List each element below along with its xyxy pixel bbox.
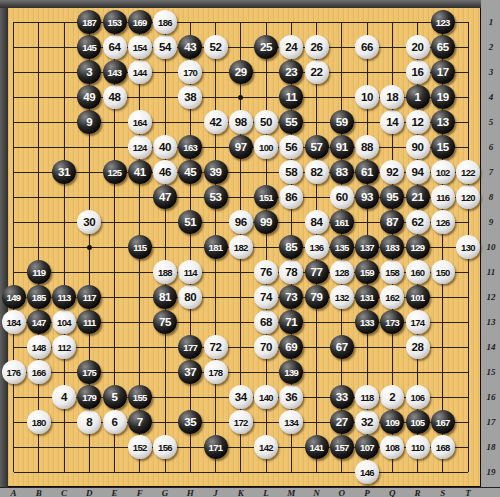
stone-white-166-B15: 166 xyxy=(27,360,51,384)
stone-black-57-N6: 57 xyxy=(305,135,329,159)
stone-black-67-O14: 67 xyxy=(330,335,354,359)
stone-white-12-R5: 12 xyxy=(406,110,430,134)
stone-white-50-L5: 50 xyxy=(254,110,278,134)
stone-white-70-L14: 70 xyxy=(254,335,278,359)
stone-white-102-S7: 102 xyxy=(431,160,455,184)
stone-black-83-O7: 83 xyxy=(330,160,354,184)
column-label-F: F xyxy=(137,488,143,497)
stone-black-161-O9: 161 xyxy=(330,210,354,234)
stone-black-75-G13: 75 xyxy=(153,310,177,334)
row-label-11: 11 xyxy=(483,267,499,277)
stone-white-122-T7: 122 xyxy=(456,160,480,184)
stone-black-143-E3: 143 xyxy=(103,60,127,84)
stone-white-178-J15: 178 xyxy=(204,360,228,384)
row-label-9: 9 xyxy=(483,217,499,227)
stone-black-97-K6: 97 xyxy=(229,135,253,159)
stone-black-15-S6: 15 xyxy=(431,135,455,159)
row-label-8: 8 xyxy=(483,192,499,202)
column-label-A: A xyxy=(10,488,16,497)
star-point xyxy=(87,245,92,250)
row-label-6: 6 xyxy=(483,142,499,152)
stone-black-157-O18: 157 xyxy=(330,435,354,459)
stone-white-116-S8: 116 xyxy=(431,185,455,209)
stone-white-40-G6: 40 xyxy=(153,135,177,159)
stone-black-77-N11: 77 xyxy=(305,260,329,284)
stone-white-28-R14: 28 xyxy=(406,335,430,359)
stone-white-76-L11: 76 xyxy=(254,260,278,284)
stone-white-160-R11: 160 xyxy=(406,260,430,284)
stone-white-96-K9: 96 xyxy=(229,210,253,234)
stone-black-169-F1: 169 xyxy=(128,10,152,34)
stone-black-159-P11: 159 xyxy=(355,260,379,284)
stone-black-113-C12: 113 xyxy=(52,285,76,309)
stone-black-151-L8: 151 xyxy=(254,185,278,209)
stone-black-17-S3: 17 xyxy=(431,60,455,84)
stone-white-60-O8: 60 xyxy=(330,185,354,209)
column-label-L: L xyxy=(263,488,269,497)
stone-black-47-G8: 47 xyxy=(153,185,177,209)
stone-white-66-P2: 66 xyxy=(355,35,379,59)
column-label-H: H xyxy=(187,488,194,497)
row-label-15: 15 xyxy=(483,367,499,377)
stone-black-61-P7: 61 xyxy=(355,160,379,184)
stone-black-53-J8: 53 xyxy=(204,185,228,209)
stone-white-82-N7: 82 xyxy=(305,160,329,184)
stone-white-136-N10: 136 xyxy=(305,235,329,259)
stone-white-52-J2: 52 xyxy=(204,35,228,59)
stone-white-186-G1: 186 xyxy=(153,10,177,34)
stone-white-106-R16: 106 xyxy=(406,385,430,409)
stone-black-153-E1: 153 xyxy=(103,10,127,34)
column-label-G: G xyxy=(162,488,169,497)
stone-black-59-O5: 59 xyxy=(330,110,354,134)
stone-black-29-K3: 29 xyxy=(229,60,253,84)
stone-white-10-P4: 10 xyxy=(355,85,379,109)
stone-white-6-E17: 6 xyxy=(103,410,127,434)
grid-line-horizontal xyxy=(14,347,469,348)
stone-white-120-T8: 120 xyxy=(456,185,480,209)
stone-black-167-S17: 167 xyxy=(431,410,455,434)
stone-white-168-S18: 168 xyxy=(431,435,455,459)
stone-white-152-F18: 152 xyxy=(128,435,152,459)
stone-black-1-R4: 1 xyxy=(406,85,430,109)
column-label-C: C xyxy=(61,488,67,497)
stone-black-65-S2: 65 xyxy=(431,35,455,59)
stone-white-182-K10: 182 xyxy=(229,235,253,259)
stone-white-172-K17: 172 xyxy=(229,410,253,434)
stone-white-140-L16: 140 xyxy=(254,385,278,409)
stone-white-128-O11: 128 xyxy=(330,260,354,284)
stone-black-107-P18: 107 xyxy=(355,435,379,459)
row-label-17: 17 xyxy=(483,417,499,427)
stone-white-124-F6: 124 xyxy=(128,135,152,159)
stone-white-154-F2: 154 xyxy=(128,35,152,59)
star-point xyxy=(238,95,243,100)
stone-black-13-S5: 13 xyxy=(431,110,455,134)
board-frame-top xyxy=(0,0,481,8)
stone-white-184-A13: 184 xyxy=(2,310,26,334)
row-label-19: 19 xyxy=(483,467,499,477)
stone-black-25-L2: 25 xyxy=(254,35,278,59)
column-label-B: B xyxy=(36,488,42,497)
stone-black-33-O16: 33 xyxy=(330,385,354,409)
stone-black-7-F17: 7 xyxy=(128,410,152,434)
stone-white-130-T10: 130 xyxy=(456,235,480,259)
stone-black-41-F7: 41 xyxy=(128,160,152,184)
stone-black-79-N12: 79 xyxy=(305,285,329,309)
stone-white-176-A15: 176 xyxy=(2,360,26,384)
stone-white-146-P19: 146 xyxy=(355,460,379,484)
stone-white-22-N3: 22 xyxy=(305,60,329,84)
stone-white-72-J14: 72 xyxy=(204,335,228,359)
row-label-7: 7 xyxy=(483,167,499,177)
stone-white-34-K16: 34 xyxy=(229,385,253,409)
stone-black-185-B12: 185 xyxy=(27,285,51,309)
stone-white-164-F5: 164 xyxy=(128,110,152,134)
stone-white-74-L12: 74 xyxy=(254,285,278,309)
column-label-O: O xyxy=(339,488,346,497)
row-label-18: 18 xyxy=(483,442,499,452)
stone-white-98-K5: 98 xyxy=(229,110,253,134)
stone-black-31-C7: 31 xyxy=(52,160,76,184)
stone-white-174-R13: 174 xyxy=(406,310,430,334)
stone-white-84-N9: 84 xyxy=(305,210,329,234)
stone-black-155-F16: 155 xyxy=(128,385,152,409)
column-label-T: T xyxy=(465,488,471,497)
stone-white-112-C14: 112 xyxy=(52,335,76,359)
column-label-D: D xyxy=(86,488,93,497)
stone-white-68-L13: 68 xyxy=(254,310,278,334)
stone-black-123-S1: 123 xyxy=(431,10,455,34)
go-kifu-diagram: ABCDEFGHJKLMNOPQRST123456789101112131415… xyxy=(0,0,500,497)
stone-white-54-G2: 54 xyxy=(153,35,177,59)
stone-black-181-J10: 181 xyxy=(204,235,228,259)
stone-white-90-R6: 90 xyxy=(406,135,430,159)
stone-black-141-N18: 141 xyxy=(305,435,329,459)
stone-white-150-S11: 150 xyxy=(431,260,455,284)
stone-black-147-B13: 147 xyxy=(27,310,51,334)
row-label-12: 12 xyxy=(483,292,499,302)
stone-black-129-R10: 129 xyxy=(406,235,430,259)
stone-black-27-O17: 27 xyxy=(330,410,354,434)
stone-white-16-R3: 16 xyxy=(406,60,430,84)
column-label-R: R xyxy=(414,488,420,497)
row-label-1: 1 xyxy=(483,17,499,27)
stone-black-133-P13: 133 xyxy=(355,310,379,334)
stone-black-135-O10: 135 xyxy=(330,235,354,259)
stone-white-126-S9: 126 xyxy=(431,210,455,234)
stone-white-188-G11: 188 xyxy=(153,260,177,284)
row-label-5: 5 xyxy=(483,117,499,127)
row-label-4: 4 xyxy=(483,92,499,102)
row-label-3: 3 xyxy=(483,67,499,77)
stone-white-4-C16: 4 xyxy=(52,385,76,409)
column-label-Q: Q xyxy=(389,488,396,497)
column-label-M: M xyxy=(287,488,295,497)
stone-black-125-E7: 125 xyxy=(103,160,127,184)
stone-black-5-E16: 5 xyxy=(103,385,127,409)
stone-white-180-B17: 180 xyxy=(27,410,51,434)
stone-black-19-S4: 19 xyxy=(431,85,455,109)
stone-black-131-P12: 131 xyxy=(355,285,379,309)
stone-white-94-R7: 94 xyxy=(406,160,430,184)
stone-black-171-J18: 171 xyxy=(204,435,228,459)
stone-white-46-G7: 46 xyxy=(153,160,177,184)
stone-white-62-R9: 62 xyxy=(406,210,430,234)
grid-line-horizontal xyxy=(14,472,469,473)
row-label-2: 2 xyxy=(483,42,499,52)
stone-white-100-L6: 100 xyxy=(254,135,278,159)
stone-white-110-R18: 110 xyxy=(406,435,430,459)
stone-black-81-G12: 81 xyxy=(153,285,177,309)
stone-black-101-R12: 101 xyxy=(406,285,430,309)
stone-black-115-F10: 115 xyxy=(128,235,152,259)
stone-white-118-P16: 118 xyxy=(355,385,379,409)
stone-white-142-L18: 142 xyxy=(254,435,278,459)
stone-white-156-G18: 156 xyxy=(153,435,177,459)
column-label-N: N xyxy=(313,488,320,497)
row-label-10: 10 xyxy=(483,242,499,252)
stone-black-137-P10: 137 xyxy=(355,235,379,259)
stone-black-105-R17: 105 xyxy=(406,410,430,434)
stone-white-26-N2: 26 xyxy=(305,35,329,59)
stone-white-148-B14: 148 xyxy=(27,335,51,359)
stone-white-64-E2: 64 xyxy=(103,35,127,59)
stone-white-42-J5: 42 xyxy=(204,110,228,134)
stone-white-88-P6: 88 xyxy=(355,135,379,159)
column-label-S: S xyxy=(440,488,445,497)
column-label-E: E xyxy=(111,488,117,497)
row-label-14: 14 xyxy=(483,342,499,352)
stone-black-119-B11: 119 xyxy=(27,260,51,284)
stone-black-39-J7: 39 xyxy=(204,160,228,184)
stone-black-91-O6: 91 xyxy=(330,135,354,159)
stone-white-20-R2: 20 xyxy=(406,35,430,59)
stone-black-93-P8: 93 xyxy=(355,185,379,209)
stone-white-32-P17: 32 xyxy=(355,410,379,434)
stone-black-149-A12: 149 xyxy=(2,285,26,309)
column-label-J: J xyxy=(213,488,218,497)
board-frame-left xyxy=(0,8,8,487)
stone-white-104-C13: 104 xyxy=(52,310,76,334)
column-label-P: P xyxy=(364,488,370,497)
row-label-16: 16 xyxy=(483,392,499,402)
stone-black-99-L9: 99 xyxy=(254,210,278,234)
stone-black-21-R8: 21 xyxy=(406,185,430,209)
column-coordinate-margin xyxy=(0,487,500,497)
column-label-K: K xyxy=(238,488,244,497)
stone-white-132-O12: 132 xyxy=(330,285,354,309)
stone-white-48-E4: 48 xyxy=(103,85,127,109)
row-label-13: 13 xyxy=(483,317,499,327)
stone-white-144-F3: 144 xyxy=(128,60,152,84)
